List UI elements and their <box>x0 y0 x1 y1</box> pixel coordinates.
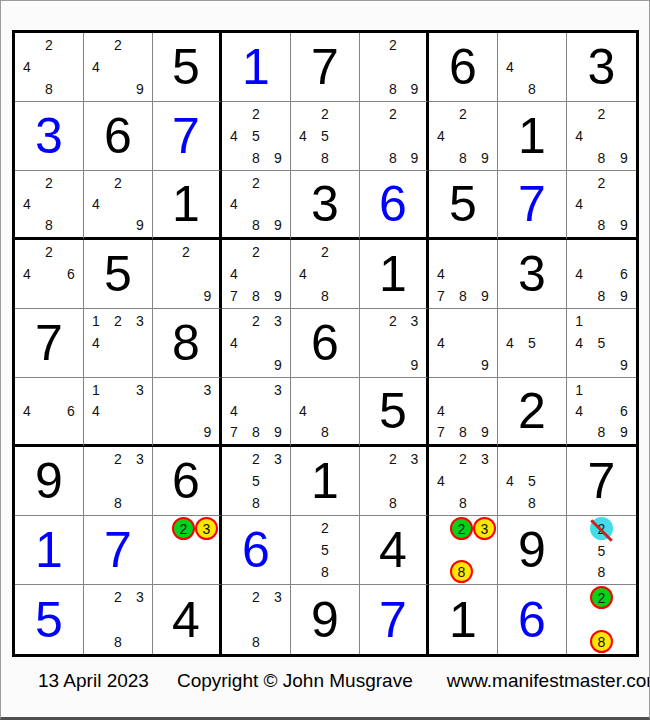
cell-r4c9[interactable]: 4689 <box>567 240 636 309</box>
candidate-grid: 458 <box>499 448 565 514</box>
given-digit: 6 <box>84 102 152 170</box>
candidate-8: 8 <box>452 422 474 443</box>
candidate-8: 8 <box>590 147 612 169</box>
solved-digit: 6 <box>498 585 566 654</box>
candidate-3: 3 <box>404 448 425 470</box>
candidate-2-cyan-slash-mark: 2 <box>590 517 613 540</box>
candidate-grid: 39 <box>154 379 218 443</box>
candidate-7: 7 <box>430 285 452 307</box>
candidate-3: 3 <box>197 379 218 400</box>
candidate-4: 4 <box>568 263 590 285</box>
cell-r8c8[interactable]: 9 <box>498 516 567 585</box>
candidate-grid: 2489 <box>568 103 635 169</box>
given-digit: 1 <box>360 240 426 308</box>
candidate-2: 2 <box>314 517 336 539</box>
candidate-8: 8 <box>590 215 612 236</box>
candidate-4: 4 <box>499 470 521 492</box>
given-digit: 8 <box>153 309 219 377</box>
cell-r5c2[interactable]: 1234 <box>84 309 153 378</box>
given-digit: 1 <box>498 102 566 170</box>
cell-r3c9[interactable]: 2489 <box>567 171 636 240</box>
candidate-9: 9 <box>267 147 289 169</box>
candidate-9: 9 <box>474 354 496 376</box>
candidate-4: 4 <box>430 125 452 147</box>
solved-digit: 3 <box>15 102 83 170</box>
given-digit: 9 <box>498 516 566 584</box>
given-digit: 7 <box>291 33 359 101</box>
candidate-grid: 29 <box>154 241 218 307</box>
given-digit: 5 <box>429 171 497 237</box>
candidate-2: 2 <box>382 34 403 56</box>
candidate-3: 3 <box>267 379 289 400</box>
candidate-grid: 2358 <box>223 448 289 514</box>
cell-r9c9[interactable]: 28 <box>567 585 636 654</box>
candidate-2: 2 <box>245 241 267 263</box>
candidate-3: 3 <box>404 310 425 332</box>
cell-r8c4[interactable]: 6 <box>222 516 291 585</box>
candidate-grid: 4789 <box>430 379 496 443</box>
candidate-4: 4 <box>292 400 314 421</box>
candidate-grid: 1459 <box>568 310 635 376</box>
cell-r3c3[interactable]: 1 <box>153 171 222 240</box>
cell-r8c2[interactable]: 7 <box>84 516 153 585</box>
cell-r4c8[interactable]: 3 <box>498 240 567 309</box>
cell-r5c8[interactable]: 45 <box>498 309 567 378</box>
cell-r6c6[interactable]: 5 <box>360 378 429 447</box>
sudoku-page: 2482495172896483367245892458289248912489… <box>0 0 650 720</box>
given-digit: 6 <box>153 447 219 515</box>
cell-r9c1[interactable]: 5 <box>15 585 84 654</box>
candidate-2-green-mark: 2 <box>172 517 195 540</box>
candidate-5: 5 <box>245 125 267 147</box>
candidate-9: 9 <box>404 147 425 169</box>
cell-r3c8[interactable]: 7 <box>498 171 567 240</box>
cell-r6c2[interactable]: 134 <box>84 378 153 447</box>
sudoku-board: 2482495172896483367245892458289248912489… <box>12 30 639 657</box>
cell-r5c6[interactable]: 239 <box>360 309 429 378</box>
candidate-3-yellow-mark: 3 <box>473 517 496 540</box>
cell-r1c9[interactable]: 3 <box>567 33 636 102</box>
candidate-6: 6 <box>613 400 635 421</box>
candidate-grid: 2458 <box>292 103 358 169</box>
candidate-grid: 14689 <box>568 379 635 443</box>
given-digit: 1 <box>291 447 359 515</box>
candidate-9: 9 <box>197 422 218 443</box>
candidate-8: 8 <box>107 631 129 653</box>
candidate-8: 8 <box>382 492 403 514</box>
cell-r3c4[interactable]: 2489 <box>222 171 291 240</box>
cell-r9c7[interactable]: 1 <box>429 585 498 654</box>
candidate-5: 5 <box>314 125 336 147</box>
candidate-8: 8 <box>521 78 543 100</box>
candidate-3: 3 <box>267 448 289 470</box>
candidate-7: 7 <box>430 422 452 443</box>
candidate-grid: 134 <box>85 379 151 443</box>
candidate-5: 5 <box>314 539 336 561</box>
cell-r2c3[interactable]: 7 <box>153 102 222 171</box>
candidate-8: 8 <box>245 631 267 653</box>
candidate-2-green-mark: 2 <box>450 517 473 540</box>
candidate-2: 2 <box>245 103 267 125</box>
candidate-2: 2 <box>382 103 403 125</box>
candidate-grid: 246 <box>16 241 82 307</box>
candidate-4: 4 <box>85 332 107 354</box>
candidate-9: 9 <box>404 354 425 376</box>
candidate-4: 4 <box>223 125 245 147</box>
candidate-grid: 248 <box>16 172 82 236</box>
cell-r6c3[interactable]: 39 <box>153 378 222 447</box>
cell-r1c8[interactable]: 48 <box>498 33 567 102</box>
cell-r2c1[interactable]: 3 <box>15 102 84 171</box>
cell-r4c5[interactable]: 248 <box>291 240 360 309</box>
candidate-9: 9 <box>613 215 635 236</box>
candidate-grid: 45 <box>499 310 565 376</box>
candidate-grid: 238 <box>361 448 425 514</box>
given-digit: 3 <box>567 33 636 101</box>
cell-r5c9[interactable]: 1459 <box>567 309 636 378</box>
candidate-4: 4 <box>85 193 107 214</box>
cell-r3c2[interactable]: 249 <box>84 171 153 240</box>
given-digit: 1 <box>153 171 219 237</box>
given-digit: 7 <box>567 447 636 515</box>
candidate-9: 9 <box>267 215 289 236</box>
candidate-6: 6 <box>60 263 82 285</box>
candidate-8: 8 <box>452 147 474 169</box>
cell-r3c7[interactable]: 5 <box>429 171 498 240</box>
candidate-5: 5 <box>245 470 267 492</box>
cell-r1c5[interactable]: 7 <box>291 33 360 102</box>
candidate-2: 2 <box>314 241 336 263</box>
candidate-9: 9 <box>613 285 635 307</box>
given-digit: 1 <box>429 585 497 654</box>
cell-r3c5[interactable]: 3 <box>291 171 360 240</box>
candidate-grid: 238 <box>85 448 151 514</box>
cell-r8c7[interactable]: 238 <box>429 516 498 585</box>
candidate-2: 2 <box>590 103 612 125</box>
candidate-grid: 49 <box>430 310 496 376</box>
candidate-4: 4 <box>430 263 452 285</box>
cell-r6c8[interactable]: 2 <box>498 378 567 447</box>
cell-r7c4[interactable]: 2358 <box>222 447 291 516</box>
cell-r4c4[interactable]: 24789 <box>222 240 291 309</box>
candidate-grid: 238 <box>85 586 151 653</box>
solved-digit: 7 <box>360 585 426 654</box>
candidate-grid: 248 <box>16 34 82 100</box>
candidate-2: 2 <box>245 172 267 193</box>
footer: 13 April 2023 Copyright © John Musgrave … <box>38 665 650 697</box>
candidate-2: 2 <box>245 310 267 332</box>
cell-r7c7[interactable]: 2348 <box>429 447 498 516</box>
candidate-4: 4 <box>430 400 452 421</box>
candidate-4: 4 <box>430 470 452 492</box>
candidate-4: 4 <box>568 400 590 421</box>
cell-r4c7[interactable]: 4789 <box>429 240 498 309</box>
candidate-9: 9 <box>613 147 635 169</box>
candidate-5: 5 <box>521 332 543 354</box>
cell-r3c1[interactable]: 248 <box>15 171 84 240</box>
candidate-9: 9 <box>404 78 425 100</box>
cell-r2c5[interactable]: 2458 <box>291 102 360 171</box>
given-digit: 9 <box>291 585 359 654</box>
candidate-grid: 249 <box>85 172 151 236</box>
candidate-grid: 48 <box>499 34 565 100</box>
cell-r5c4[interactable]: 2349 <box>222 309 291 378</box>
candidate-9: 9 <box>474 147 496 169</box>
candidate-8: 8 <box>382 147 403 169</box>
candidate-1: 1 <box>85 310 107 332</box>
candidate-5: 5 <box>521 470 543 492</box>
candidate-3: 3 <box>129 448 151 470</box>
candidate-2: 2 <box>107 34 129 56</box>
cell-r2c7[interactable]: 2489 <box>429 102 498 171</box>
candidate-grid: 2348 <box>430 448 496 514</box>
candidate-8: 8 <box>314 147 336 169</box>
candidate-2: 2 <box>107 448 129 470</box>
candidate-4: 4 <box>568 332 590 354</box>
candidate-4: 4 <box>292 263 314 285</box>
candidate-grid: 23 <box>154 517 218 583</box>
candidate-2: 2 <box>38 34 60 56</box>
candidate-8: 8 <box>107 492 129 514</box>
solved-digit: 6 <box>222 516 290 584</box>
candidate-9: 9 <box>267 422 289 443</box>
candidate-grid: 2489 <box>223 172 289 236</box>
cell-r8c6[interactable]: 4 <box>360 516 429 585</box>
solved-digit: 7 <box>153 102 219 170</box>
candidate-5: 5 <box>590 332 612 354</box>
candidate-8: 8 <box>590 285 612 307</box>
cell-r1c3[interactable]: 5 <box>153 33 222 102</box>
candidate-4: 4 <box>16 400 38 421</box>
candidate-8: 8 <box>382 78 403 100</box>
cell-r9c3[interactable]: 4 <box>153 585 222 654</box>
given-digit: 5 <box>360 378 426 444</box>
candidate-grid: 34789 <box>223 379 289 443</box>
cell-r5c3[interactable]: 8 <box>153 309 222 378</box>
candidate-4: 4 <box>223 400 245 421</box>
cell-r9c6[interactable]: 7 <box>360 585 429 654</box>
given-digit: 5 <box>84 240 152 308</box>
candidate-2: 2 <box>382 310 403 332</box>
candidate-8: 8 <box>245 285 267 307</box>
candidate-grid: 2489 <box>568 172 635 236</box>
cell-r2c2[interactable]: 6 <box>84 102 153 171</box>
candidate-3: 3 <box>474 448 496 470</box>
cell-r3c6[interactable]: 6 <box>360 171 429 240</box>
cell-r8c5[interactable]: 258 <box>291 516 360 585</box>
candidate-9: 9 <box>129 78 151 100</box>
given-digit: 6 <box>429 33 497 101</box>
cell-r1c2[interactable]: 249 <box>84 33 153 102</box>
cell-r6c5[interactable]: 48 <box>291 378 360 447</box>
candidate-9: 9 <box>129 215 151 236</box>
candidate-2: 2 <box>38 172 60 193</box>
candidate-grid: 249 <box>85 34 151 100</box>
candidate-2: 2 <box>452 448 474 470</box>
candidate-9: 9 <box>197 285 218 307</box>
candidate-8: 8 <box>590 562 613 584</box>
footer-copyright: Copyright © John Musgrave <box>177 670 413 692</box>
given-digit: 2 <box>498 378 566 444</box>
cell-r2c8[interactable]: 1 <box>498 102 567 171</box>
cell-r7c3[interactable]: 6 <box>153 447 222 516</box>
footer-website: www.manifestmaster.com <box>447 670 650 692</box>
cell-r2c9[interactable]: 2489 <box>567 102 636 171</box>
candidate-grid: 2489 <box>430 103 496 169</box>
candidate-3-yellow-mark: 3 <box>195 517 218 540</box>
candidate-2: 2 <box>452 103 474 125</box>
solved-digit: 1 <box>15 516 83 584</box>
cell-r1c4[interactable]: 1 <box>222 33 291 102</box>
candidate-2: 2 <box>107 172 129 193</box>
cell-r8c9[interactable]: 258 <box>567 516 636 585</box>
given-digit: 3 <box>291 171 359 237</box>
candidate-4: 4 <box>430 332 452 354</box>
candidate-8: 8 <box>314 422 336 443</box>
candidate-8: 8 <box>590 422 612 443</box>
candidate-1: 1 <box>85 379 107 400</box>
candidate-2: 2 <box>107 586 129 608</box>
given-digit: 5 <box>153 33 219 101</box>
cell-r9c2[interactable]: 238 <box>84 585 153 654</box>
candidate-8: 8 <box>452 492 474 514</box>
candidate-grid: 248 <box>292 241 358 307</box>
candidate-3: 3 <box>267 586 289 608</box>
candidate-4: 4 <box>223 193 245 214</box>
candidate-4: 4 <box>16 56 38 78</box>
given-digit: 4 <box>360 516 426 584</box>
candidate-4: 4 <box>499 56 521 78</box>
candidate-4: 4 <box>16 263 38 285</box>
candidate-9: 9 <box>613 354 635 376</box>
candidate-grid: 258 <box>568 517 635 583</box>
candidate-8: 8 <box>245 422 267 443</box>
cell-r7c5[interactable]: 1 <box>291 447 360 516</box>
candidate-4: 4 <box>223 263 245 285</box>
cell-r9c8[interactable]: 6 <box>498 585 567 654</box>
footer-date: 13 April 2023 <box>38 670 149 692</box>
candidate-9: 9 <box>474 422 496 443</box>
candidate-3: 3 <box>267 310 289 332</box>
candidate-grid: 24589 <box>223 103 289 169</box>
candidate-2: 2 <box>382 448 403 470</box>
cell-r2c6[interactable]: 289 <box>360 102 429 171</box>
candidate-1: 1 <box>568 310 590 332</box>
candidate-grid: 4789 <box>430 241 496 307</box>
candidate-4: 4 <box>499 332 521 354</box>
candidate-grid: 24789 <box>223 241 289 307</box>
candidate-grid: 28 <box>568 586 635 653</box>
candidate-grid: 1234 <box>85 310 151 376</box>
candidate-8-yellow-mark: 8 <box>450 560 473 583</box>
cell-r7c9[interactable]: 7 <box>567 447 636 516</box>
cell-r6c7[interactable]: 4789 <box>429 378 498 447</box>
candidate-grid: 238 <box>223 586 289 653</box>
solved-digit: 6 <box>360 171 426 237</box>
candidate-grid: 239 <box>361 310 425 376</box>
candidate-grid: 4689 <box>568 241 635 307</box>
cell-r7c6[interactable]: 238 <box>360 447 429 516</box>
candidate-3: 3 <box>129 310 151 332</box>
cell-r5c5[interactable]: 6 <box>291 309 360 378</box>
solved-digit: 7 <box>84 516 152 584</box>
cell-r4c3[interactable]: 29 <box>153 240 222 309</box>
candidate-8: 8 <box>38 78 60 100</box>
candidate-grid: 48 <box>292 379 358 443</box>
candidate-3: 3 <box>129 586 151 608</box>
candidate-2: 2 <box>590 172 612 193</box>
candidate-6: 6 <box>613 263 635 285</box>
candidate-8: 8 <box>38 215 60 236</box>
cell-r7c8[interactable]: 458 <box>498 447 567 516</box>
candidate-8-yellow-mark: 8 <box>590 630 613 653</box>
cell-r7c2[interactable]: 238 <box>84 447 153 516</box>
solved-digit: 5 <box>15 585 83 654</box>
candidate-grid: 46 <box>16 379 82 443</box>
cell-r7c1[interactable]: 9 <box>15 447 84 516</box>
candidate-grid: 289 <box>361 34 425 100</box>
candidate-8: 8 <box>452 285 474 307</box>
candidate-8: 8 <box>245 147 267 169</box>
candidate-4: 4 <box>292 125 314 147</box>
cell-r8c1[interactable]: 1 <box>15 516 84 585</box>
candidate-2: 2 <box>314 103 336 125</box>
candidate-9: 9 <box>267 354 289 376</box>
candidate-8: 8 <box>314 561 336 583</box>
cell-r6c4[interactable]: 34789 <box>222 378 291 447</box>
candidate-2: 2 <box>245 448 267 470</box>
cell-r6c1[interactable]: 46 <box>15 378 84 447</box>
candidate-grid: 289 <box>361 103 425 169</box>
solved-digit: 1 <box>222 33 290 101</box>
candidate-3: 3 <box>129 379 151 400</box>
given-digit: 3 <box>498 240 566 308</box>
cell-r4c1[interactable]: 246 <box>15 240 84 309</box>
cell-r5c7[interactable]: 49 <box>429 309 498 378</box>
candidate-grid: 2349 <box>223 310 289 376</box>
cell-r1c6[interactable]: 289 <box>360 33 429 102</box>
candidate-2-green-mark: 2 <box>590 586 613 609</box>
candidate-grid: 238 <box>430 517 496 583</box>
candidate-9: 9 <box>474 285 496 307</box>
solved-digit: 7 <box>498 171 566 237</box>
candidate-4: 4 <box>16 193 38 214</box>
cell-r4c6[interactable]: 1 <box>360 240 429 309</box>
candidate-2: 2 <box>107 310 129 332</box>
candidate-4: 4 <box>223 332 245 354</box>
cell-r8c3[interactable]: 23 <box>153 516 222 585</box>
cell-r1c7[interactable]: 6 <box>429 33 498 102</box>
candidate-4: 4 <box>85 400 107 421</box>
candidate-7: 7 <box>223 285 245 307</box>
cell-r5c1[interactable]: 7 <box>15 309 84 378</box>
given-digit: 4 <box>153 585 219 654</box>
given-digit: 6 <box>291 309 359 377</box>
candidate-8: 8 <box>314 285 336 307</box>
cell-r4c2[interactable]: 5 <box>84 240 153 309</box>
candidate-8: 8 <box>245 215 267 236</box>
cell-r9c5[interactable]: 9 <box>291 585 360 654</box>
cell-r6c9[interactable]: 14689 <box>567 378 636 447</box>
cell-r9c4[interactable]: 238 <box>222 585 291 654</box>
candidate-8: 8 <box>521 492 543 514</box>
candidate-6: 6 <box>60 400 82 421</box>
cell-r2c4[interactable]: 24589 <box>222 102 291 171</box>
candidate-2: 2 <box>38 241 60 263</box>
candidate-4: 4 <box>568 125 590 147</box>
candidate-5: 5 <box>590 540 613 562</box>
cell-r1c1[interactable]: 248 <box>15 33 84 102</box>
